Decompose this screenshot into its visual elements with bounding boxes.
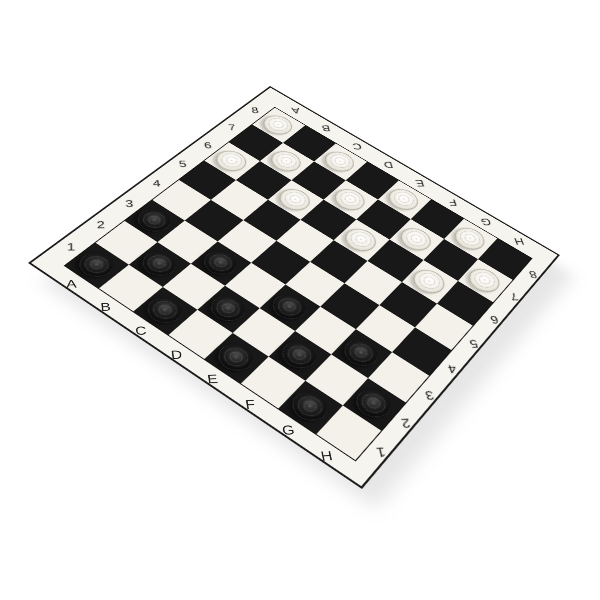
coordinate-text: 8 [528,269,539,281]
coordinate-text: G [479,217,492,228]
coordinate-text: 5 [468,338,480,351]
coordinate-text: 2 [400,416,412,431]
coordinate-text: F [244,397,256,412]
coordinate-text: 3 [424,389,436,403]
coordinate-text: 4 [446,363,458,377]
coordinate-text: 4 [152,178,161,189]
coordinate-text: D [382,160,394,170]
coordinate-text: F [447,197,458,207]
coordinate-text: E [415,179,426,189]
coordinate-text: 3 [125,198,134,209]
coordinate-text: C [351,142,363,152]
coordinate-text: 7 [227,122,236,132]
coordinate-text: 1 [375,445,387,461]
coordinate-text: 2 [96,219,105,231]
checkers-board-mat: AA88BB77CC66DD55EE44FF33GG22HH11 [28,86,560,489]
coordinate-text: H [513,236,526,247]
coordinate-text: G [280,422,295,437]
product-photo-scene: AA88BB77CC66DD55EE44FF33GG22HH11 [0,0,600,600]
coordinate-text: B [100,300,111,313]
coordinate-text: 5 [178,159,187,169]
coordinate-text: 7 [509,291,520,303]
coordinate-text: 1 [67,241,76,253]
coordinate-text: C [135,324,148,338]
coordinate-text: A [291,106,301,115]
coordinate-text: B [321,124,332,134]
coordinate-text: A [66,277,77,290]
coordinate-text: 8 [251,105,260,114]
playing-area [64,107,533,462]
coordinate-text: E [207,372,219,386]
coordinate-text: D [170,347,183,361]
coordinate-text: 6 [489,314,501,326]
coordinate-text: 6 [203,140,212,150]
coordinate-text: H [319,448,334,464]
